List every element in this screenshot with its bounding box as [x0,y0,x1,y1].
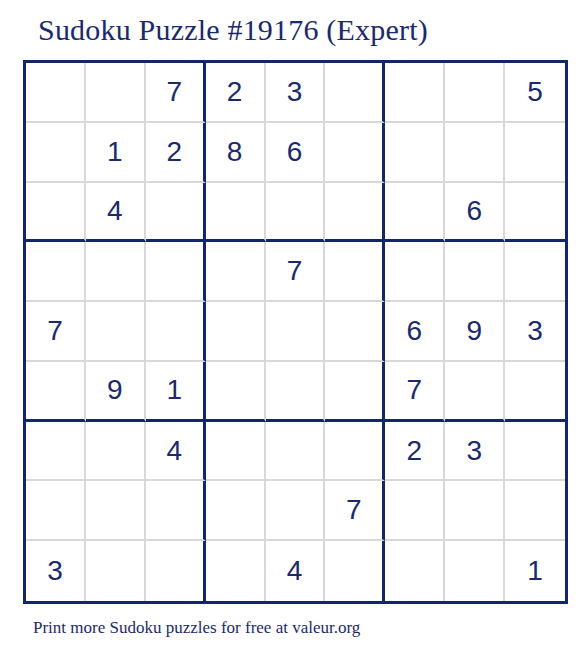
grid-cell-r9c6 [325,541,385,601]
grid-cell-r9c7 [385,541,445,601]
grid-cell-r2c8 [445,123,505,183]
grid-cell-r7c5 [266,422,326,482]
grid-cell-r8c2 [86,481,146,541]
grid-cell-r7c2 [86,422,146,482]
grid-cell-r8c1 [26,481,86,541]
grid-cell-r7c7: 2 [385,422,445,482]
page-title: Sudoku Puzzle #19176 (Expert) [38,13,428,47]
grid-cell-r3c7 [385,183,445,243]
grid-cell-r4c1 [26,242,86,302]
sudoku-page: { "game": "sudoku", "title": "Sudoku Puz… [0,0,580,651]
grid-cell-r7c3: 4 [146,422,206,482]
grid-cell-r1c1 [26,63,86,123]
grid-cell-r9c3 [146,541,206,601]
grid-cell-r9c9: 1 [505,541,565,601]
grid-cell-r9c8 [445,541,505,601]
grid-cell-r5c3 [146,302,206,362]
grid-cell-r5c2 [86,302,146,362]
grid-cell-r2c9 [505,123,565,183]
grid-cell-r1c2 [86,63,146,123]
grid-cell-r2c7 [385,123,445,183]
grid-cell-r3c1 [26,183,86,243]
grid-cell-r4c7 [385,242,445,302]
grid-cell-r3c4 [206,183,266,243]
grid-cell-r5c7: 6 [385,302,445,362]
grid-cell-r2c2: 1 [86,123,146,183]
grid-cell-r2c6 [325,123,385,183]
grid-cell-r9c5: 4 [266,541,326,601]
grid-cell-r4c2 [86,242,146,302]
grid-cell-r9c2 [86,541,146,601]
grid-cell-r6c6 [325,362,385,422]
grid-cell-r2c5: 6 [266,123,326,183]
grid-cell-r5c9: 3 [505,302,565,362]
grid-cell-r7c1 [26,422,86,482]
grid-cell-r6c5 [266,362,326,422]
grid-cell-r4c3 [146,242,206,302]
grid-cell-r6c2: 9 [86,362,146,422]
grid-cell-r5c8: 9 [445,302,505,362]
grid-cell-r2c1 [26,123,86,183]
grid-cell-r1c3: 7 [146,63,206,123]
grid-cell-r6c8 [445,362,505,422]
grid-cell-r4c4 [206,242,266,302]
grid-cell-r3c5 [266,183,326,243]
grid-cell-r4c8 [445,242,505,302]
grid-cell-r1c4: 2 [206,63,266,123]
grid-cell-r5c6 [325,302,385,362]
grid-cell-r1c5: 3 [266,63,326,123]
grid-cell-r8c6: 7 [325,481,385,541]
grid-cell-r6c3: 1 [146,362,206,422]
footer-text: Print more Sudoku puzzles for free at va… [33,618,360,638]
grid-cell-r7c6 [325,422,385,482]
grid-cell-r1c7 [385,63,445,123]
grid-cell-r8c5 [266,481,326,541]
grid-cell-r2c4: 8 [206,123,266,183]
grid-cell-r1c9: 5 [505,63,565,123]
grid-cell-r7c9 [505,422,565,482]
sudoku-grid: 7235128646776939174237341 [23,60,568,604]
grid-cell-r6c4 [206,362,266,422]
grid-cell-r7c4 [206,422,266,482]
grid-cell-r6c7: 7 [385,362,445,422]
grid-cell-r9c1: 3 [26,541,86,601]
grid-cell-r3c2: 4 [86,183,146,243]
grid-cell-r3c8: 6 [445,183,505,243]
grid-cell-r8c9 [505,481,565,541]
grid-cell-r8c3 [146,481,206,541]
grid-cell-r5c4 [206,302,266,362]
grid-cell-r3c9 [505,183,565,243]
grid-cell-r5c5 [266,302,326,362]
grid-cell-r8c7 [385,481,445,541]
grid-cell-r4c6 [325,242,385,302]
grid-cell-r4c5: 7 [266,242,326,302]
grid-cell-r2c3: 2 [146,123,206,183]
grid-cell-r3c6 [325,183,385,243]
grid-cell-r7c8: 3 [445,422,505,482]
grid-cell-r1c6 [325,63,385,123]
grid-cell-r8c8 [445,481,505,541]
grid-cell-r6c9 [505,362,565,422]
grid-cell-r4c9 [505,242,565,302]
grid-cell-r8c4 [206,481,266,541]
grid-cell-r1c8 [445,63,505,123]
grid-cell-r9c4 [206,541,266,601]
grid-cell-r3c3 [146,183,206,243]
grid-cell-r5c1: 7 [26,302,86,362]
grid-cell-r6c1 [26,362,86,422]
